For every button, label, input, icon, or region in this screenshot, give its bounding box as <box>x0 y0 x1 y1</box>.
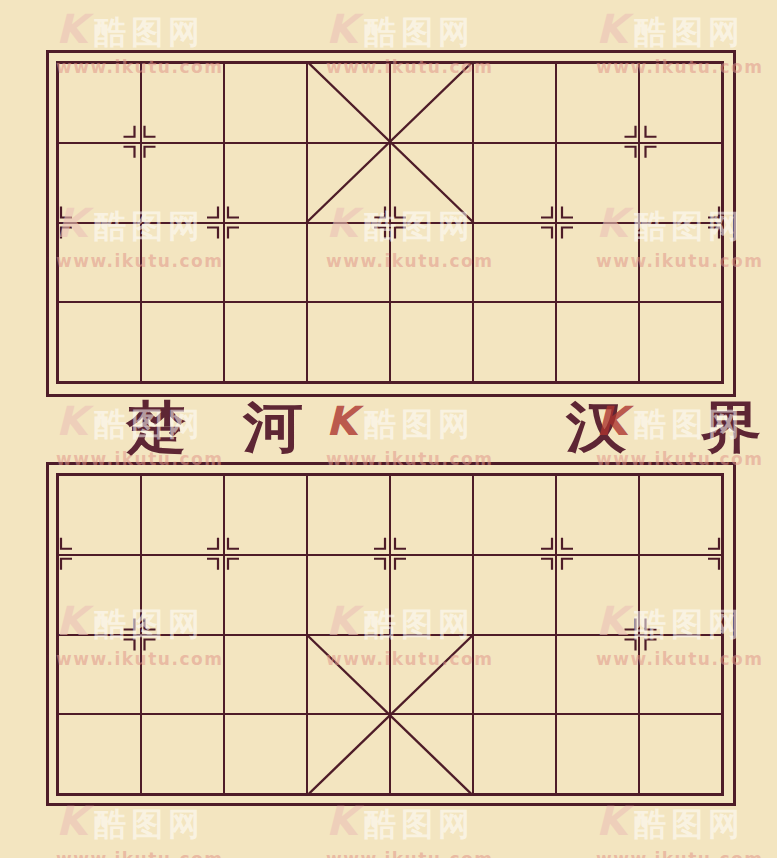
lower-board-grid <box>56 473 724 796</box>
watermark-brand: K酷图网 <box>326 6 493 55</box>
river-band: 楚 河 汉 界 <box>46 395 736 464</box>
board-cell <box>224 714 307 794</box>
board-cell <box>556 714 639 794</box>
river-char-jie: 界 <box>681 399 777 458</box>
watermark-brand: K酷图网 <box>596 6 763 55</box>
ikutu-k-logo-icon: K <box>56 6 92 52</box>
board-cell <box>556 635 639 715</box>
board-cell <box>58 302 141 382</box>
board-cell <box>224 223 307 303</box>
xiangqi-board-image: 楚 河 汉 界 K酷图网www.ikutu.comK酷图网www.ikutu.c… <box>0 0 777 858</box>
board-cell <box>58 63 141 143</box>
watermark-brand: K酷图网 <box>56 6 223 55</box>
board-cell <box>556 475 639 555</box>
board-cell <box>224 143 307 223</box>
board-cell <box>58 635 141 715</box>
river-char-he: 河 <box>223 399 323 458</box>
board-cell <box>307 635 390 715</box>
board-cell <box>58 475 141 555</box>
river-char-han: 汉 <box>546 399 646 458</box>
board-cell <box>58 143 141 223</box>
ikutu-k-logo-icon: K <box>326 6 362 52</box>
board-cell <box>639 143 722 223</box>
ikutu-watermark: K酷图网www.ikutu.com <box>56 798 223 858</box>
board-cell <box>556 143 639 223</box>
board-cell <box>390 555 473 635</box>
board-cell <box>390 475 473 555</box>
watermark-url: www.ikutu.com <box>326 849 493 858</box>
board-cell <box>639 475 722 555</box>
board-cell <box>141 555 224 635</box>
board-cell <box>473 714 556 794</box>
board-cell <box>556 223 639 303</box>
board-cell <box>307 475 390 555</box>
board-cell <box>390 635 473 715</box>
board-cell <box>58 714 141 794</box>
board-cell <box>390 223 473 303</box>
board-cell <box>224 302 307 382</box>
board-cell <box>307 714 390 794</box>
board-cell <box>141 635 224 715</box>
board-cell <box>224 635 307 715</box>
watermark-url: www.ikutu.com <box>56 849 223 858</box>
ikutu-k-logo-icon: K <box>596 6 632 52</box>
board-cell <box>141 223 224 303</box>
board-cell <box>639 63 722 143</box>
board-cell <box>473 63 556 143</box>
board-cell <box>639 223 722 303</box>
watermark-url: www.ikutu.com <box>596 849 763 858</box>
board-cell <box>639 555 722 635</box>
board-cell <box>390 714 473 794</box>
board-cell <box>58 555 141 635</box>
board-cell <box>473 475 556 555</box>
lower-half-board <box>46 462 736 806</box>
board-cell <box>307 63 390 143</box>
board-cell <box>473 635 556 715</box>
board-cell <box>639 714 722 794</box>
board-cell <box>556 302 639 382</box>
board-cell <box>224 555 307 635</box>
board-cell <box>307 302 390 382</box>
board-cell <box>473 143 556 223</box>
board-cell <box>58 223 141 303</box>
board-cell <box>141 302 224 382</box>
board-cell <box>639 635 722 715</box>
upper-half-board <box>46 50 736 397</box>
board-cell <box>390 302 473 382</box>
board-cell <box>390 63 473 143</box>
board-cell <box>473 555 556 635</box>
board-cell <box>307 555 390 635</box>
board-cell <box>473 223 556 303</box>
ikutu-watermark: K酷图网www.ikutu.com <box>326 798 493 858</box>
board-cell <box>390 143 473 223</box>
board-cell <box>141 63 224 143</box>
board-cell <box>639 302 722 382</box>
board-cell <box>307 223 390 303</box>
board-cell <box>141 143 224 223</box>
board-cell <box>141 475 224 555</box>
board-cell <box>141 714 224 794</box>
ikutu-watermark: K酷图网www.ikutu.com <box>596 798 763 858</box>
board-cell <box>473 302 556 382</box>
board-cell <box>556 63 639 143</box>
board-cell <box>307 143 390 223</box>
board-cell <box>556 555 639 635</box>
board-cell <box>224 63 307 143</box>
upper-board-grid <box>56 61 724 384</box>
river-char-chu: 楚 <box>106 399 206 458</box>
board-cell <box>224 475 307 555</box>
